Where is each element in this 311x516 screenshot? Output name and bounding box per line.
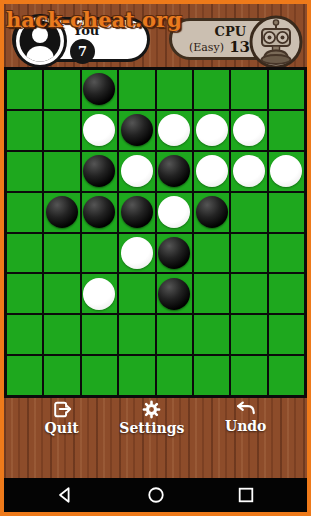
back-icon[interactable]: [56, 486, 74, 504]
cell-r6c2[interactable]: [44, 274, 79, 313]
cell-r1c1[interactable]: [7, 70, 42, 109]
cell-r7c3[interactable]: [82, 315, 117, 354]
app-screen: hack-cheat.org You 7 CPU (Easy) 13: [0, 0, 311, 516]
settings-label: Settings: [119, 420, 184, 436]
cell-r8c2[interactable]: [44, 356, 79, 395]
cell-r1c7[interactable]: [231, 70, 266, 109]
cell-r1c8[interactable]: [269, 70, 304, 109]
cell-r2c8[interactable]: [269, 111, 304, 150]
cell-r4c7[interactable]: [231, 193, 266, 232]
cell-r1c2[interactable]: [44, 70, 79, 109]
black-disc: [46, 196, 78, 228]
cell-r4c4[interactable]: [119, 193, 154, 232]
cell-r4c2[interactable]: [44, 193, 79, 232]
cell-r8c6[interactable]: [194, 356, 229, 395]
cell-r6c1[interactable]: [7, 274, 42, 313]
gear-icon: [142, 400, 161, 419]
cell-r1c3[interactable]: [82, 70, 117, 109]
cell-r2c3[interactable]: [82, 111, 117, 150]
cell-r3c8[interactable]: [269, 152, 304, 191]
black-disc: [83, 196, 115, 228]
cpu-difficulty: (Easy): [189, 41, 224, 54]
cell-r7c8[interactable]: [269, 315, 304, 354]
cell-r4c3[interactable]: [82, 193, 117, 232]
cell-r2c4[interactable]: [119, 111, 154, 150]
white-disc: [196, 114, 228, 146]
cell-r4c6[interactable]: [194, 193, 229, 232]
cell-r8c3[interactable]: [82, 356, 117, 395]
robot-icon: [249, 15, 303, 69]
cell-r8c1[interactable]: [7, 356, 42, 395]
black-disc: [121, 196, 153, 228]
undo-label: Undo: [225, 418, 267, 434]
black-disc: [158, 278, 190, 310]
cell-r6c8[interactable]: [269, 274, 304, 313]
cell-r8c4[interactable]: [119, 356, 154, 395]
player-cpu-name: CPU: [215, 24, 246, 39]
white-disc: [158, 196, 190, 228]
white-disc: [233, 114, 265, 146]
white-disc: [83, 278, 115, 310]
cell-r2c7[interactable]: [231, 111, 266, 150]
player-cpu-score: 13: [229, 38, 250, 56]
white-disc: [158, 114, 190, 146]
black-disc: [196, 196, 228, 228]
white-disc: [233, 155, 265, 187]
cell-r5c3[interactable]: [82, 234, 117, 273]
cell-r7c2[interactable]: [44, 315, 79, 354]
cell-r3c5[interactable]: [157, 152, 192, 191]
cell-r3c4[interactable]: [119, 152, 154, 191]
android-nav-bar: [4, 478, 307, 512]
black-disc: [158, 155, 190, 187]
white-disc: [121, 237, 153, 269]
black-disc: [158, 237, 190, 269]
cell-r3c3[interactable]: [82, 152, 117, 191]
home-icon[interactable]: [147, 486, 165, 504]
settings-button[interactable]: Settings: [119, 400, 184, 436]
recents-icon[interactable]: [237, 486, 255, 504]
cell-r7c4[interactable]: [119, 315, 154, 354]
player-you-score-badge: 7: [70, 39, 95, 64]
white-disc: [121, 155, 153, 187]
quit-label: Quit: [45, 420, 79, 436]
black-disc: [83, 73, 115, 105]
watermark-text: hack-cheat.org: [6, 7, 182, 32]
cell-r7c7[interactable]: [231, 315, 266, 354]
cell-r7c6[interactable]: [194, 315, 229, 354]
cell-r6c5[interactable]: [157, 274, 192, 313]
cell-r5c6[interactable]: [194, 234, 229, 273]
white-disc: [83, 114, 115, 146]
cell-r8c7[interactable]: [231, 356, 266, 395]
black-disc: [121, 114, 153, 146]
cell-r3c6[interactable]: [194, 152, 229, 191]
cell-r8c5[interactable]: [157, 356, 192, 395]
undo-button[interactable]: Undo: [225, 400, 267, 434]
cell-r7c5[interactable]: [157, 315, 192, 354]
cell-r3c7[interactable]: [231, 152, 266, 191]
cell-r6c3[interactable]: [82, 274, 117, 313]
cell-r8c8[interactable]: [269, 356, 304, 395]
board: [4, 67, 307, 398]
exit-icon: [52, 400, 72, 419]
cell-r2c1[interactable]: [7, 111, 42, 150]
cell-r5c7[interactable]: [231, 234, 266, 273]
cell-r4c5[interactable]: [157, 193, 192, 232]
quit-button[interactable]: Quit: [45, 400, 79, 436]
cell-r5c4[interactable]: [119, 234, 154, 273]
action-bar: Quit Settings Undo: [4, 400, 307, 442]
white-disc: [196, 155, 228, 187]
cell-r1c5[interactable]: [157, 70, 192, 109]
cell-r2c5[interactable]: [157, 111, 192, 150]
player-cpu-panel: CPU (Easy) 13: [169, 18, 301, 60]
black-disc: [83, 155, 115, 187]
cell-r5c5[interactable]: [157, 234, 192, 273]
white-disc: [270, 155, 302, 187]
undo-arrow-icon: [235, 400, 257, 417]
cell-r6c7[interactable]: [231, 274, 266, 313]
cell-r3c1[interactable]: [7, 152, 42, 191]
cell-r4c8[interactable]: [269, 193, 304, 232]
cell-r2c6[interactable]: [194, 111, 229, 150]
cell-r7c1[interactable]: [7, 315, 42, 354]
cell-r5c8[interactable]: [269, 234, 304, 273]
cell-r1c6[interactable]: [194, 70, 229, 109]
cell-r4c1[interactable]: [7, 193, 42, 232]
cell-r6c4[interactable]: [119, 274, 154, 313]
cell-r3c2[interactable]: [44, 152, 79, 191]
cell-r2c2[interactable]: [44, 111, 79, 150]
cell-r5c1[interactable]: [7, 234, 42, 273]
cell-r1c4[interactable]: [119, 70, 154, 109]
cell-r5c2[interactable]: [44, 234, 79, 273]
cell-r6c6[interactable]: [194, 274, 229, 313]
